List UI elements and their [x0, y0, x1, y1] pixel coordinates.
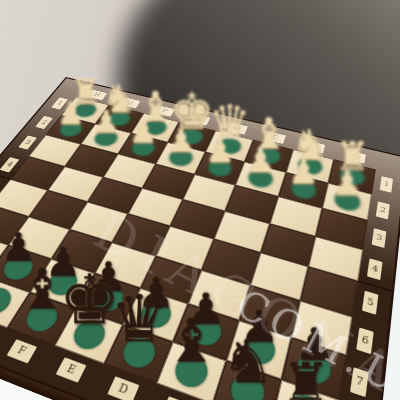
coordinate-text: 2	[376, 201, 390, 219]
chess-photo-stage: HGFEDCBA1♜♞♝♚♛♝♞♜12♟♟♟♟♟♟♟♟2334455667♟♟♟…	[0, 0, 400, 400]
square-a8[interactable]: ♜	[270, 379, 339, 400]
coordinate-text: 1	[380, 176, 393, 193]
coordinate-text: D	[107, 375, 139, 400]
coordinate-text: 4	[367, 258, 382, 280]
coordinate-text: 6	[356, 327, 373, 354]
scene-3d: HGFEDCBA1♜♞♝♚♛♝♞♜12♟♟♟♟♟♟♟♟2334455667♟♟♟…	[0, 0, 400, 400]
chess-board: HGFEDCBA1♜♞♝♚♛♝♞♜12♟♟♟♟♟♟♟♟2334455667♟♟♟…	[0, 78, 400, 400]
coordinate-text: 5	[362, 291, 378, 315]
coordinate-text: F	[6, 338, 37, 362]
coordinate-text: 7	[350, 368, 368, 398]
coordinate-text: C	[162, 396, 194, 400]
coordinate-text: E	[56, 357, 87, 383]
piece-black-rook[interactable]: ♜	[266, 356, 344, 400]
coordinate-text: 3	[372, 228, 387, 248]
piece-white-pawn[interactable]: ♟	[318, 165, 376, 200]
